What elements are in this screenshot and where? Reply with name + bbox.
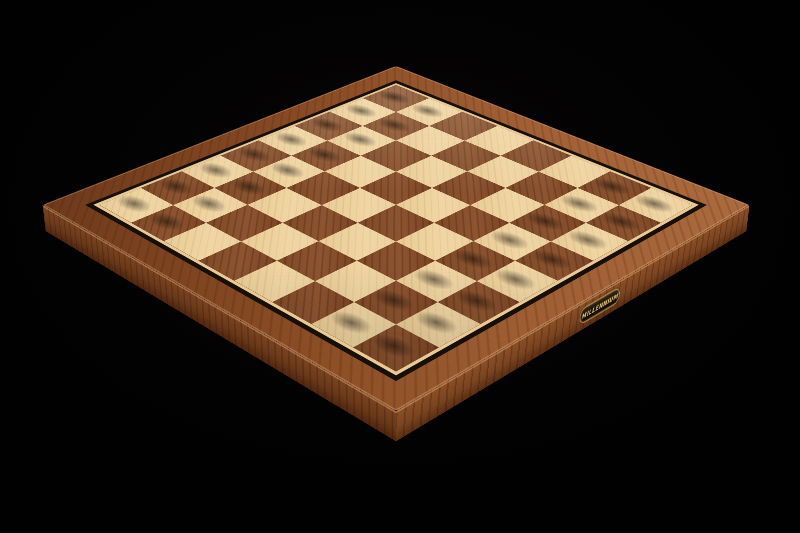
chess-board: ♜♞♝♛♚♝♞♜♟♟♟♟♟♟♟♟♟♟♟♟♟♟♟♟♜♞♝♛♚♝♞♜ MILLENN… xyxy=(42,66,749,411)
product-photo-stage: ♜♞♝♛♚♝♞♜♟♟♟♟♟♟♟♟♟♟♟♟♟♟♟♟♜♞♝♛♚♝♞♜ MILLENN… xyxy=(0,0,800,533)
